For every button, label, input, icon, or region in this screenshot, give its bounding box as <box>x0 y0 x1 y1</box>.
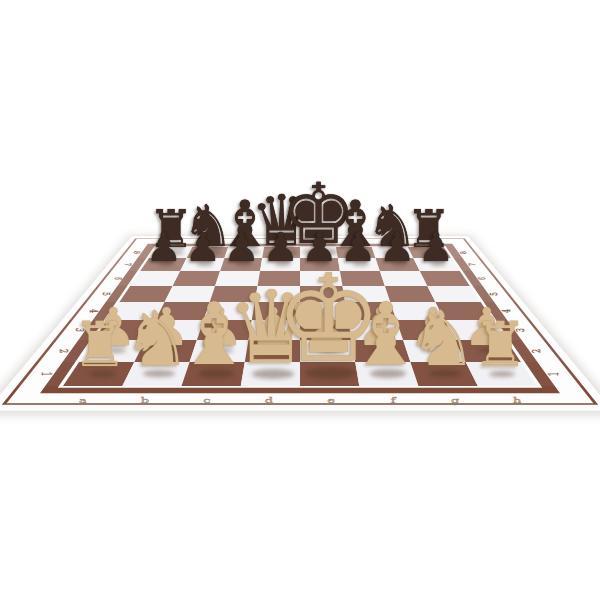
rank-label-right-7: 7 <box>467 263 477 266</box>
file-label-near-c: c <box>203 396 211 404</box>
piece-white-rook-a1[interactable]: ♜ <box>72 314 128 376</box>
piece-black-pawn-c7[interactable]: ♟ <box>224 226 260 266</box>
rank-label-left-1: 1 <box>40 372 54 376</box>
piece-black-pawn-a7[interactable]: ♟ <box>146 226 182 266</box>
rank-label-left-7: 7 <box>123 263 133 266</box>
file-label-near-h: h <box>513 396 522 404</box>
file-label-near-a: a <box>79 396 87 404</box>
rank-label-right-1: 1 <box>546 372 560 376</box>
piece-black-pawn-g7[interactable]: ♟ <box>379 226 415 266</box>
piece-black-pawn-h7[interactable]: ♟ <box>418 226 454 266</box>
rank-label-right-8: 8 <box>458 251 468 254</box>
file-label-near-d: d <box>265 396 274 404</box>
file-label-near-b: b <box>141 396 150 404</box>
piece-white-knight-g1[interactable]: ♞ <box>409 301 477 377</box>
file-label-near-g: g <box>451 396 460 404</box>
chess-set-photo: aabbccddeeffgghh1122334455667788 ♜♞♝♛♚♝♞… <box>0 0 600 600</box>
piece-white-rook-h1[interactable]: ♜ <box>473 314 529 376</box>
file-label-near-e: e <box>327 396 335 404</box>
rank-label-right-5: 5 <box>488 292 499 295</box>
piece-black-pawn-b7[interactable]: ♟ <box>185 226 221 266</box>
rank-label-left-8: 8 <box>132 251 142 254</box>
rank-label-right-2: 2 <box>529 349 543 353</box>
rank-label-left-6: 6 <box>112 277 123 280</box>
rank-label-left-2: 2 <box>57 349 71 353</box>
rank-label-right-6: 6 <box>477 277 488 280</box>
rank-label-left-5: 5 <box>100 292 111 295</box>
